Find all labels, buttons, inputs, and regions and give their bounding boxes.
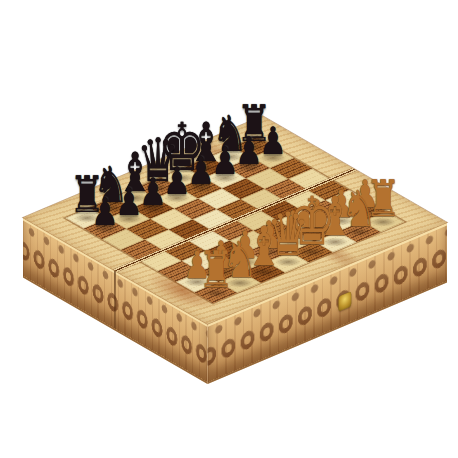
fold-seam-side <box>114 270 116 329</box>
photo-scene: ♜♞♝♛♚♝♞♜♟♟♟♟♟♟♟♟♟♟♟♟♟♟♟♟♜♞♝♛♚♝♞♜ <box>0 0 458 458</box>
brass-clasp-icon <box>338 291 351 311</box>
